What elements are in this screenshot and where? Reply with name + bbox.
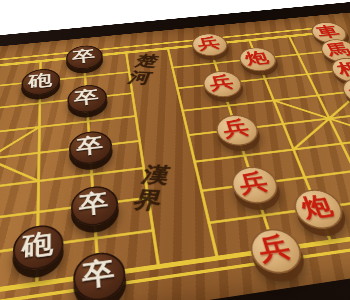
piece-character: 仕 — [344, 78, 350, 102]
black-soldier-piece[interactable]: 卒 — [72, 249, 127, 300]
black-soldier-piece[interactable]: 卒 — [65, 44, 103, 71]
red-soldier-piece[interactable]: 兵 — [188, 32, 230, 58]
piece-character: 兵 — [220, 115, 253, 143]
piece-character: 卒 — [76, 131, 104, 161]
red-cannon-piece[interactable]: 炮 — [287, 186, 348, 231]
piece-character: 卒 — [81, 253, 116, 296]
piece-character: 砲 — [21, 225, 53, 265]
piece-character: 炮 — [297, 189, 338, 225]
red-advisor-piece[interactable]: 仕 — [336, 76, 350, 106]
piece-character: 兵 — [195, 33, 222, 53]
red-cannon-piece[interactable]: 炮 — [235, 46, 280, 73]
piece-character: 卒 — [72, 46, 96, 67]
red-soldier-piece[interactable]: 兵 — [244, 225, 306, 276]
red-soldier-piece[interactable]: 兵 — [199, 69, 245, 99]
piece-character: 兵 — [254, 229, 296, 269]
piece-character: 砲 — [28, 69, 52, 92]
board-scene: 楚河 漢界 車卒兵車馬砲炮馬象卒兵相士仕將卒兵帥士仕象卒兵相馬砲炮馬車卒兵車 — [0, 0, 350, 300]
black-soldier-piece[interactable]: 卒 — [66, 83, 107, 114]
black-soldier-piece[interactable]: 卒 — [68, 129, 113, 166]
piece-character: 相 — [333, 58, 350, 80]
board-tilt-wrapper: 楚河 漢界 車卒兵車馬砲炮馬象卒兵相士仕將卒兵帥士仕象卒兵相馬砲炮馬車卒兵車 — [0, 12, 350, 300]
piece-character: 卒 — [74, 85, 100, 110]
piece-character: 卒 — [78, 186, 109, 221]
pieces-grid: 車卒兵車馬砲炮馬象卒兵相士仕將卒兵帥士仕象卒兵相馬砲炮馬車卒兵車 — [0, 22, 350, 300]
red-soldier-piece[interactable]: 兵 — [227, 164, 283, 206]
black-soldier-piece[interactable]: 卒 — [70, 183, 120, 228]
xiangqi-board: 楚河 漢界 車卒兵車馬砲炮馬象卒兵相士仕將卒兵帥士仕象卒兵相馬砲炮馬車卒兵車 — [0, 12, 350, 300]
red-soldier-piece[interactable]: 兵 — [212, 113, 262, 148]
piece-character: 兵 — [207, 71, 237, 95]
piece-character: 兵 — [235, 167, 272, 200]
photo-background: 楚河 漢界 車卒兵車馬砲炮馬象卒兵相士仕將卒兵帥士仕象卒兵相馬砲炮馬車卒兵車 — [0, 0, 350, 300]
black-cannon-piece[interactable]: 砲 — [20, 67, 60, 96]
piece-character: 炮 — [242, 47, 272, 69]
black-cannon-piece[interactable]: 砲 — [11, 222, 63, 272]
